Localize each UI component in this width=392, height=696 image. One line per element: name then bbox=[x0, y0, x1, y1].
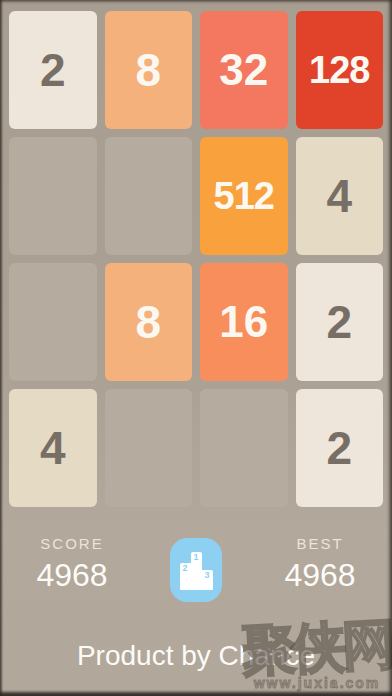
tile-512-r2c3: 512 bbox=[200, 137, 288, 255]
tile-4-r4c1: 4 bbox=[9, 389, 97, 507]
best-box: BEST 4968 bbox=[272, 536, 368, 591]
hud-bar: SCORE 4968 2 1 3 BEST 4968 bbox=[0, 516, 392, 602]
empty-cell-r3c1 bbox=[9, 263, 97, 381]
score-label: SCORE bbox=[24, 536, 120, 551]
score-value: 4968 bbox=[24, 559, 120, 591]
app-screen: 28321285124816242 SCORE 4968 2 1 3 BEST … bbox=[0, 0, 392, 696]
empty-cell-r4c3 bbox=[200, 389, 288, 507]
empty-cell-r4c2 bbox=[105, 389, 193, 507]
watermark-url: www.juxia.com bbox=[242, 676, 392, 690]
empty-cell-r2c1 bbox=[9, 137, 97, 255]
podium-icon: 2 1 3 bbox=[180, 552, 213, 590]
credit-text: Product by Chance bbox=[0, 640, 392, 672]
tile-8-r1c2: 8 bbox=[105, 11, 193, 129]
score-box: SCORE 4968 bbox=[24, 536, 120, 591]
podium-step-1: 1 bbox=[191, 552, 202, 590]
leaderboard-icon[interactable]: 2 1 3 bbox=[170, 538, 222, 602]
best-label: BEST bbox=[272, 536, 368, 551]
tile-2-r4c4: 2 bbox=[296, 389, 384, 507]
tile-32-r1c3: 32 bbox=[200, 11, 288, 129]
empty-cell-r2c2 bbox=[105, 137, 193, 255]
tile-2-r3c4: 2 bbox=[296, 263, 384, 381]
tile-4-r2c4: 4 bbox=[296, 137, 384, 255]
tile-8-r3c2: 8 bbox=[105, 263, 193, 381]
tile-2-r1c1: 2 bbox=[9, 11, 97, 129]
best-value: 4968 bbox=[272, 559, 368, 591]
tile-128-r1c4: 128 bbox=[296, 11, 384, 129]
podium-step-3: 3 bbox=[202, 570, 213, 590]
podium-step-2: 2 bbox=[180, 563, 191, 590]
board-grid[interactable]: 28321285124816242 bbox=[0, 0, 392, 516]
tile-16-r3c3: 16 bbox=[200, 263, 288, 381]
